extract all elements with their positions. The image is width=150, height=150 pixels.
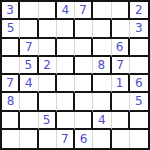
cell-r4c7[interactable]: 7 xyxy=(112,57,130,75)
cell-r5c2[interactable]: 4 xyxy=(20,75,38,93)
cell-r8c4[interactable]: 7 xyxy=(57,130,75,148)
cell-r3c4[interactable] xyxy=(57,39,75,57)
cell-r1c3[interactable] xyxy=(39,2,57,20)
cell-r1c1[interactable]: 3 xyxy=(2,2,20,20)
cell-r2c2[interactable] xyxy=(20,20,38,38)
cell-r5c7[interactable]: 1 xyxy=(112,75,130,93)
cell-r4c8[interactable] xyxy=(130,57,148,75)
cell-r5c3[interactable] xyxy=(39,75,57,93)
cell-r4c5[interactable] xyxy=(75,57,93,75)
cell-r8c1[interactable] xyxy=(2,130,20,148)
cell-r6c2[interactable] xyxy=(20,93,38,111)
cell-r7c2[interactable] xyxy=(20,112,38,130)
cell-r8c5[interactable]: 6 xyxy=(75,130,93,148)
cell-r3c7[interactable]: 6 xyxy=(112,39,130,57)
cell-r6c8[interactable]: 5 xyxy=(130,93,148,111)
cell-r3c5[interactable] xyxy=(75,39,93,57)
cell-r6c7[interactable] xyxy=(112,93,130,111)
sudoku-board: 3472537652877416855476 xyxy=(0,0,150,150)
cell-r1c4[interactable]: 4 xyxy=(57,2,75,20)
cell-r6c1[interactable]: 8 xyxy=(2,93,20,111)
cell-r4c6[interactable]: 8 xyxy=(93,57,111,75)
cell-r1c5[interactable]: 7 xyxy=(75,2,93,20)
cell-r7c8[interactable] xyxy=(130,112,148,130)
cell-r1c7[interactable] xyxy=(112,2,130,20)
cell-r7c4[interactable] xyxy=(57,112,75,130)
cell-r6c3[interactable] xyxy=(39,93,57,111)
cell-r1c2[interactable] xyxy=(20,2,38,20)
cell-r6c5[interactable] xyxy=(75,93,93,111)
cell-r5c8[interactable]: 6 xyxy=(130,75,148,93)
cell-r3c6[interactable] xyxy=(93,39,111,57)
cell-r8c2[interactable] xyxy=(20,130,38,148)
cell-r3c1[interactable] xyxy=(2,39,20,57)
cell-r1c6[interactable] xyxy=(93,2,111,20)
cell-r4c1[interactable] xyxy=(2,57,20,75)
cell-r4c3[interactable]: 2 xyxy=(39,57,57,75)
cell-r3c8[interactable] xyxy=(130,39,148,57)
cell-r2c7[interactable] xyxy=(112,20,130,38)
cell-r2c1[interactable]: 5 xyxy=(2,20,20,38)
cell-r7c1[interactable] xyxy=(2,112,20,130)
cell-r8c6[interactable] xyxy=(93,130,111,148)
cell-r5c4[interactable] xyxy=(57,75,75,93)
cell-r2c8[interactable]: 3 xyxy=(130,20,148,38)
cell-r6c4[interactable] xyxy=(57,93,75,111)
cell-r4c4[interactable] xyxy=(57,57,75,75)
cell-r5c1[interactable]: 7 xyxy=(2,75,20,93)
cell-r6c6[interactable] xyxy=(93,93,111,111)
cell-r4c2[interactable]: 5 xyxy=(20,57,38,75)
cell-r8c7[interactable] xyxy=(112,130,130,148)
cell-r7c7[interactable] xyxy=(112,112,130,130)
cell-r8c8[interactable] xyxy=(130,130,148,148)
cell-r3c2[interactable]: 7 xyxy=(20,39,38,57)
cell-r1c8[interactable]: 2 xyxy=(130,2,148,20)
cell-r2c5[interactable] xyxy=(75,20,93,38)
cell-r5c6[interactable] xyxy=(93,75,111,93)
cell-r8c3[interactable] xyxy=(39,130,57,148)
cell-r2c6[interactable] xyxy=(93,20,111,38)
cell-r2c3[interactable] xyxy=(39,20,57,38)
cell-r2c4[interactable] xyxy=(57,20,75,38)
cell-r3c3[interactable] xyxy=(39,39,57,57)
cell-r7c5[interactable] xyxy=(75,112,93,130)
cell-r7c3[interactable]: 5 xyxy=(39,112,57,130)
cell-r7c6[interactable]: 4 xyxy=(93,112,111,130)
cell-r5c5[interactable] xyxy=(75,75,93,93)
